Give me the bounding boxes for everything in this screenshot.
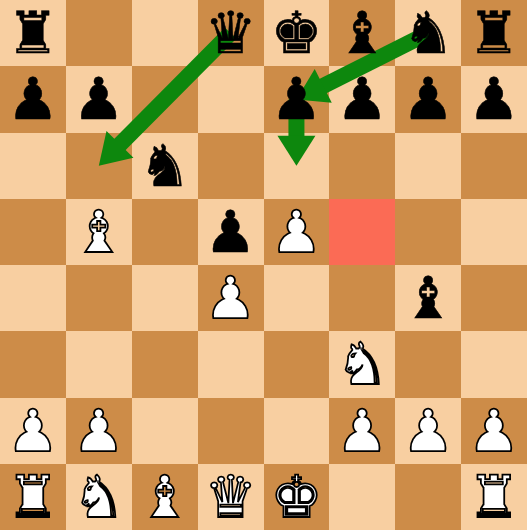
- piece-black-rook-a8[interactable]: ♜: [7, 4, 59, 62]
- piece-black-king-e8[interactable]: ♚: [270, 4, 322, 62]
- square-c4[interactable]: [132, 265, 198, 331]
- piece-black-pawn-e7[interactable]: ♟: [270, 70, 322, 128]
- chess-board-wrapper: ♜♛♚♝♞♜♟♟♟♟♟♟♞♝♟♟♟♝♞♟♟♟♟♟♜♞♝♛♚♜: [0, 0, 527, 530]
- square-g1[interactable]: [395, 464, 461, 530]
- piece-white-rook-h1[interactable]: ♜: [468, 468, 520, 526]
- square-g7[interactable]: ♟: [395, 66, 461, 132]
- piece-white-pawn-h2[interactable]: ♟: [468, 402, 520, 460]
- square-a2[interactable]: ♟: [0, 398, 66, 464]
- square-f2[interactable]: ♟: [329, 398, 395, 464]
- square-b1[interactable]: ♞: [66, 464, 132, 530]
- square-d1[interactable]: ♛: [198, 464, 264, 530]
- square-b5[interactable]: ♝: [66, 199, 132, 265]
- piece-black-queen-d8[interactable]: ♛: [205, 4, 257, 62]
- piece-white-pawn-b2[interactable]: ♟: [73, 402, 125, 460]
- square-h2[interactable]: ♟: [461, 398, 527, 464]
- square-e1[interactable]: ♚: [264, 464, 330, 530]
- square-c6[interactable]: ♞: [132, 133, 198, 199]
- square-a5[interactable]: [0, 199, 66, 265]
- piece-black-pawn-g7[interactable]: ♟: [402, 70, 454, 128]
- square-a7[interactable]: ♟: [0, 66, 66, 132]
- piece-white-pawn-e5[interactable]: ♟: [270, 203, 322, 261]
- piece-white-king-e1[interactable]: ♚: [270, 468, 322, 526]
- square-f3[interactable]: ♞: [329, 331, 395, 397]
- square-d6[interactable]: [198, 133, 264, 199]
- square-a6[interactable]: [0, 133, 66, 199]
- square-h3[interactable]: [461, 331, 527, 397]
- piece-black-pawn-a7[interactable]: ♟: [7, 70, 59, 128]
- square-f7[interactable]: ♟: [329, 66, 395, 132]
- square-h5[interactable]: [461, 199, 527, 265]
- piece-black-pawn-d5[interactable]: ♟: [205, 203, 257, 261]
- square-e2[interactable]: [264, 398, 330, 464]
- square-h7[interactable]: ♟: [461, 66, 527, 132]
- square-a4[interactable]: [0, 265, 66, 331]
- square-c3[interactable]: [132, 331, 198, 397]
- square-c5[interactable]: [132, 199, 198, 265]
- square-e5[interactable]: ♟: [264, 199, 330, 265]
- piece-black-bishop-f8[interactable]: ♝: [336, 4, 388, 62]
- square-d5[interactable]: ♟: [198, 199, 264, 265]
- square-e6[interactable]: [264, 133, 330, 199]
- square-g5[interactable]: [395, 199, 461, 265]
- square-e4[interactable]: [264, 265, 330, 331]
- square-c8[interactable]: [132, 0, 198, 66]
- square-b6[interactable]: [66, 133, 132, 199]
- square-c1[interactable]: ♝: [132, 464, 198, 530]
- piece-white-knight-f3[interactable]: ♞: [336, 335, 388, 393]
- piece-white-pawn-d4[interactable]: ♟: [205, 269, 257, 327]
- square-a3[interactable]: [0, 331, 66, 397]
- square-d3[interactable]: [198, 331, 264, 397]
- piece-white-queen-d1[interactable]: ♛: [205, 468, 257, 526]
- square-g3[interactable]: [395, 331, 461, 397]
- square-a1[interactable]: ♜: [0, 464, 66, 530]
- piece-black-rook-h8[interactable]: ♜: [468, 4, 520, 62]
- square-d4[interactable]: ♟: [198, 265, 264, 331]
- square-e3[interactable]: [264, 331, 330, 397]
- square-c2[interactable]: [132, 398, 198, 464]
- square-e8[interactable]: ♚: [264, 0, 330, 66]
- chess-board: ♜♛♚♝♞♜♟♟♟♟♟♟♞♝♟♟♟♝♞♟♟♟♟♟♜♞♝♛♚♜: [0, 0, 527, 530]
- square-b4[interactable]: [66, 265, 132, 331]
- piece-white-bishop-c1[interactable]: ♝: [139, 468, 191, 526]
- piece-white-pawn-f2[interactable]: ♟: [336, 402, 388, 460]
- square-f8[interactable]: ♝: [329, 0, 395, 66]
- square-g6[interactable]: [395, 133, 461, 199]
- square-b8[interactable]: [66, 0, 132, 66]
- square-d7[interactable]: [198, 66, 264, 132]
- square-h1[interactable]: ♜: [461, 464, 527, 530]
- piece-black-bishop-g4[interactable]: ♝: [402, 269, 454, 327]
- square-h4[interactable]: [461, 265, 527, 331]
- square-a8[interactable]: ♜: [0, 0, 66, 66]
- square-b3[interactable]: [66, 331, 132, 397]
- square-b2[interactable]: ♟: [66, 398, 132, 464]
- square-h6[interactable]: [461, 133, 527, 199]
- square-f1[interactable]: [329, 464, 395, 530]
- square-g8[interactable]: ♞: [395, 0, 461, 66]
- highlight-square-f5[interactable]: [329, 199, 395, 265]
- square-c7[interactable]: [132, 66, 198, 132]
- square-g4[interactable]: ♝: [395, 265, 461, 331]
- piece-black-pawn-f7[interactable]: ♟: [336, 70, 388, 128]
- piece-black-pawn-b7[interactable]: ♟: [73, 70, 125, 128]
- piece-black-knight-g8[interactable]: ♞: [402, 4, 454, 62]
- piece-white-bishop-b5[interactable]: ♝: [73, 203, 125, 261]
- square-g2[interactable]: ♟: [395, 398, 461, 464]
- square-e7[interactable]: ♟: [264, 66, 330, 132]
- piece-white-pawn-g2[interactable]: ♟: [402, 402, 454, 460]
- square-d2[interactable]: [198, 398, 264, 464]
- square-f6[interactable]: [329, 133, 395, 199]
- piece-white-pawn-a2[interactable]: ♟: [7, 402, 59, 460]
- piece-white-rook-a1[interactable]: ♜: [7, 468, 59, 526]
- square-d8[interactable]: ♛: [198, 0, 264, 66]
- square-f4[interactable]: [329, 265, 395, 331]
- square-b7[interactable]: ♟: [66, 66, 132, 132]
- square-h8[interactable]: ♜: [461, 0, 527, 66]
- piece-black-pawn-h7[interactable]: ♟: [468, 70, 520, 128]
- piece-white-knight-b1[interactable]: ♞: [73, 468, 125, 526]
- piece-black-knight-c6[interactable]: ♞: [139, 137, 191, 195]
